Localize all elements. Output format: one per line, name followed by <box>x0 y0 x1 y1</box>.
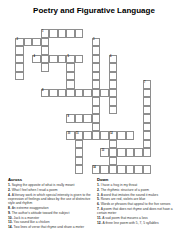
grid-cell[interactable] <box>75 148 84 157</box>
grid-cell[interactable] <box>100 165 109 174</box>
grid-cell[interactable] <box>92 55 101 64</box>
grid-cell[interactable] <box>92 106 101 115</box>
clue-item-number: 9. <box>8 211 12 215</box>
grid-cell[interactable] <box>143 123 152 132</box>
grid-cell[interactable] <box>134 148 143 157</box>
grid-cell[interactable] <box>15 55 24 64</box>
grid-cell[interactable] <box>49 29 58 38</box>
grid-cell[interactable] <box>75 55 84 64</box>
grid-cell[interactable]: 1 <box>41 29 50 38</box>
grid-cell[interactable] <box>143 148 152 157</box>
clue-number: 7 <box>144 81 145 84</box>
clue-item-number: 3. <box>97 193 101 197</box>
clue-item: 4. A literary work in which special inte… <box>8 193 93 206</box>
grid-cell[interactable] <box>109 157 118 166</box>
clue-item-number: 6. <box>97 202 101 206</box>
clue-item: 5. Roses are red, violets are blue <box>97 197 182 201</box>
grid-cell[interactable]: 3 <box>92 38 101 47</box>
grid-cell[interactable] <box>24 38 33 47</box>
grid-cell[interactable] <box>117 131 126 140</box>
grid-cell[interactable] <box>109 97 118 106</box>
grid-cell[interactable] <box>41 38 50 47</box>
grid-cell[interactable] <box>75 89 84 98</box>
grid-cell[interactable] <box>126 131 135 140</box>
grid-cell[interactable] <box>83 131 92 140</box>
grid-cell[interactable] <box>92 80 101 89</box>
grid-cell[interactable] <box>92 72 101 81</box>
grid-cell[interactable] <box>109 106 118 115</box>
grid-cell[interactable]: 11 <box>75 131 84 140</box>
clue-item: 12. A three line poem with 5, 7, 5 sylla… <box>97 221 182 225</box>
clue-number: 2 <box>16 38 17 41</box>
clue-item: 6. Words or phrases that appeal to the f… <box>97 202 182 206</box>
grid-cell[interactable]: 6 <box>109 55 118 64</box>
clue-item: 2. The rhythmic structure of a poem <box>97 188 182 192</box>
clue-item: 11. A sad poem that mourns a loss <box>97 216 182 220</box>
grid-cell[interactable] <box>126 148 135 157</box>
grid-cell[interactable] <box>66 63 75 72</box>
grid-cell[interactable]: 14 <box>92 165 101 174</box>
grid-cell[interactable] <box>41 63 50 72</box>
grid-cell[interactable] <box>143 89 152 98</box>
grid-cell[interactable]: 4 <box>32 55 41 64</box>
clue-number: 8 <box>42 89 43 92</box>
grid-cell[interactable]: 8 <box>41 89 50 98</box>
clue-item: 8. An extreme exaggeration <box>8 206 93 210</box>
grid-cell[interactable] <box>92 131 101 140</box>
grid-cell[interactable] <box>143 140 152 149</box>
clue-number: 1 <box>42 30 43 33</box>
grid-cell[interactable]: 13 <box>100 148 109 157</box>
clue-item: 7. A poem that does not rhyme and does n… <box>97 207 182 215</box>
clue-item-number: 8. <box>8 206 12 210</box>
grid-cell[interactable] <box>75 157 84 166</box>
grid-cell[interactable] <box>92 114 101 123</box>
grid-cell[interactable] <box>83 114 92 123</box>
grid-cell[interactable] <box>66 80 75 89</box>
across-clues: Across 1. Saying the opposite of what is… <box>8 177 93 230</box>
grid-cell[interactable] <box>109 63 118 72</box>
grid-cell[interactable] <box>143 131 152 140</box>
clue-item: 3. A word that imitates the sound it mak… <box>97 193 182 197</box>
grid-cell[interactable] <box>109 140 118 149</box>
grid-cell[interactable] <box>143 106 152 115</box>
grid-cell[interactable] <box>134 165 143 174</box>
grid-cell[interactable]: 5 <box>66 55 75 64</box>
grid-cell[interactable] <box>66 29 75 38</box>
down-clues: Down 1. I have a frog in my throat2. The… <box>97 177 182 226</box>
page-title: Poetry and Figurative Language <box>0 6 188 15</box>
clue-number: 11 <box>76 132 79 135</box>
grid-cell[interactable] <box>92 97 101 106</box>
clue-number: 4 <box>33 55 34 58</box>
grid-cell[interactable] <box>109 80 118 89</box>
clue-number: 6 <box>110 55 111 58</box>
grid-cell[interactable]: 7 <box>143 80 152 89</box>
clue-item-number: 11. <box>97 216 102 220</box>
clue-number: 10 <box>67 132 70 135</box>
grid-cell[interactable] <box>109 72 118 81</box>
grid-cell[interactable] <box>143 114 152 123</box>
down-header: Down <box>97 177 182 182</box>
clue-number: 12 <box>110 132 113 135</box>
clue-item-number: 1. <box>97 183 101 187</box>
grid-cell[interactable] <box>75 114 84 123</box>
grid-cell[interactable]: 2 <box>15 38 24 47</box>
clue-number: 14 <box>93 166 96 169</box>
crossword-grid: 1234567891011121314 <box>15 29 151 174</box>
grid-cell[interactable] <box>15 63 24 72</box>
clue-item-number: 2. <box>8 188 12 192</box>
clue-number: 3 <box>93 38 94 41</box>
clue-number: 5 <box>67 55 68 58</box>
clue-item-number: 1. <box>8 183 12 187</box>
grid-cell[interactable] <box>58 89 67 98</box>
grid-cell[interactable] <box>109 89 118 98</box>
clue-item: 1. Saying the opposite of what is really… <box>8 183 93 187</box>
clue-number: 13 <box>101 149 104 152</box>
clue-item-number: 5. <box>97 197 101 201</box>
grid-cell[interactable] <box>117 148 126 157</box>
clue-item: 9. The author's attitude toward the subj… <box>8 211 93 215</box>
grid-cell[interactable] <box>75 29 84 38</box>
grid-cell[interactable] <box>143 165 152 174</box>
grid-cell[interactable] <box>117 165 126 174</box>
grid-cell[interactable] <box>58 29 67 38</box>
clue-item: 2. What I feel when I read a poem <box>8 188 93 192</box>
clue-item: 1. I have a frog in my throat <box>97 183 182 187</box>
grid-cell[interactable] <box>83 89 92 98</box>
grid-cell[interactable] <box>92 63 101 72</box>
grid-cell[interactable] <box>15 46 24 55</box>
grid-cell[interactable] <box>66 89 75 98</box>
grid-cell[interactable] <box>109 165 118 174</box>
clue-item: 13. You sound like a chicken <box>8 220 93 224</box>
grid-cell[interactable] <box>66 72 75 81</box>
across-clue-list: 1. Saying the opposite of what is really… <box>8 183 93 229</box>
clue-item: 14. Two lines of verse that rhyme and sh… <box>8 225 93 229</box>
grid-cell[interactable] <box>92 123 101 132</box>
grid-cell[interactable] <box>100 89 109 98</box>
grid-cell[interactable] <box>49 55 58 64</box>
clue-item: 10. Jack is a monster <box>8 216 93 220</box>
across-header: Across <box>8 177 93 182</box>
grid-cell[interactable] <box>41 46 50 55</box>
clue-item-number: 12. <box>97 221 103 225</box>
grid-cell[interactable] <box>58 55 67 64</box>
clue-item-number: 2. <box>97 188 101 192</box>
grid-cell[interactable] <box>41 55 50 64</box>
grid-cell[interactable] <box>75 165 84 174</box>
clue-item-number: 13. <box>8 220 14 224</box>
down-clue-list: 1. I have a frog in my throat2. The rhyt… <box>97 183 182 225</box>
grid-cell[interactable]: 10 <box>66 131 75 140</box>
grid-cell[interactable]: 9 <box>66 114 75 123</box>
grid-cell[interactable] <box>109 148 118 157</box>
clue-item-number: 4. <box>8 193 12 197</box>
clue-item-number: 10. <box>8 216 14 220</box>
grid-cell[interactable] <box>126 165 135 174</box>
grid-cell[interactable] <box>100 131 109 140</box>
grid-cell[interactable] <box>15 72 24 81</box>
grid-cell[interactable] <box>92 89 101 98</box>
grid-cell[interactable] <box>49 89 58 98</box>
grid-cell[interactable] <box>92 46 101 55</box>
clue-item-number: 7. <box>97 207 101 211</box>
grid-cell[interactable]: 12 <box>109 131 118 140</box>
clue-item-number: 14. <box>8 225 14 229</box>
grid-cell[interactable] <box>75 140 84 149</box>
grid-cell[interactable] <box>32 38 41 47</box>
grid-cell[interactable] <box>143 97 152 106</box>
clue-number: 9 <box>67 115 68 118</box>
